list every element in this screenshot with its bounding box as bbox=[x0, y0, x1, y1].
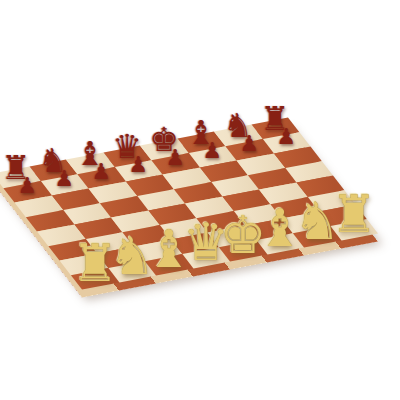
chess-set-photo: ♜♞♝♛♚♝♞♜♟♟♟♟♟♟♟♟♜♞♝♛♚♝♞♜ bbox=[0, 0, 400, 400]
